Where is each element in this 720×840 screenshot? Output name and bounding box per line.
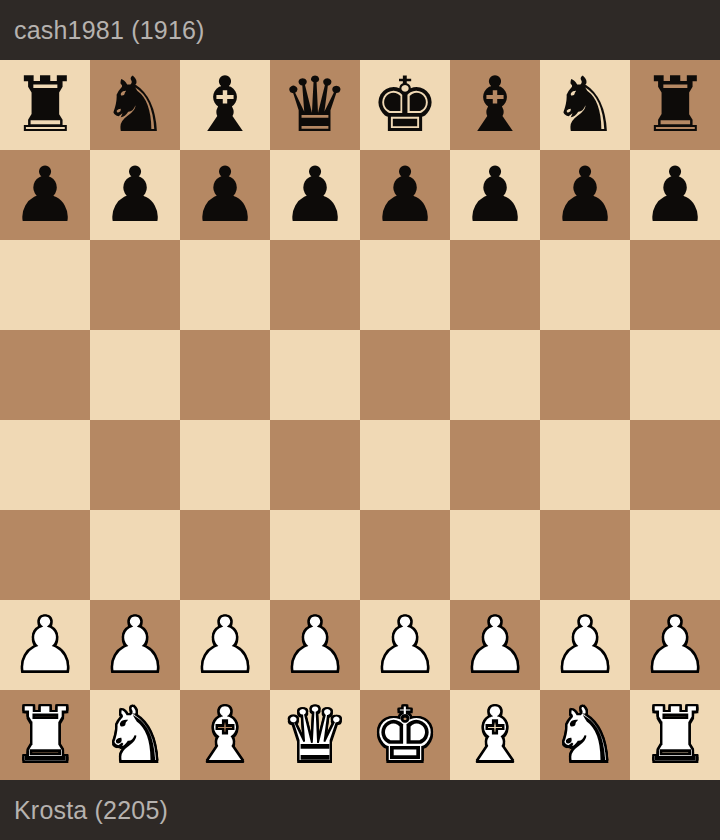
square-d8[interactable]: ♛ <box>270 60 360 150</box>
square-d6[interactable] <box>270 240 360 330</box>
square-c6[interactable] <box>180 240 270 330</box>
square-g8[interactable]: ♞ <box>540 60 630 150</box>
square-h4[interactable] <box>630 420 720 510</box>
square-a2[interactable]: ♟ <box>0 600 90 690</box>
piece-white-queen[interactable]: ♛ <box>281 690 349 780</box>
square-b4[interactable] <box>90 420 180 510</box>
square-e5[interactable] <box>360 330 450 420</box>
piece-black-rook[interactable]: ♜ <box>641 60 709 150</box>
square-e1[interactable]: ♚ <box>360 690 450 780</box>
square-e4[interactable] <box>360 420 450 510</box>
square-h1[interactable]: ♜ <box>630 690 720 780</box>
piece-black-bishop[interactable]: ♝ <box>461 60 529 150</box>
square-f7[interactable]: ♟ <box>450 150 540 240</box>
square-g4[interactable] <box>540 420 630 510</box>
top-player-bar: cash1981 (1916) <box>0 0 720 60</box>
square-b6[interactable] <box>90 240 180 330</box>
square-h2[interactable]: ♟ <box>630 600 720 690</box>
piece-black-pawn[interactable]: ♟ <box>371 150 439 240</box>
square-d1[interactable]: ♛ <box>270 690 360 780</box>
square-h5[interactable] <box>630 330 720 420</box>
piece-white-rook[interactable]: ♜ <box>641 690 709 780</box>
square-f4[interactable] <box>450 420 540 510</box>
square-c5[interactable] <box>180 330 270 420</box>
square-e8[interactable]: ♚ <box>360 60 450 150</box>
square-g1[interactable]: ♞ <box>540 690 630 780</box>
square-b2[interactable]: ♟ <box>90 600 180 690</box>
piece-black-pawn[interactable]: ♟ <box>641 150 709 240</box>
chess-board: ♜♞♝♛♚♝♞♜♟♟♟♟♟♟♟♟♟♟♟♟♟♟♟♟♜♞♝♛♚♝♞♜ <box>0 60 720 780</box>
piece-black-pawn[interactable]: ♟ <box>191 150 259 240</box>
square-e3[interactable] <box>360 510 450 600</box>
square-e2[interactable]: ♟ <box>360 600 450 690</box>
piece-white-pawn[interactable]: ♟ <box>371 600 439 690</box>
square-c1[interactable]: ♝ <box>180 690 270 780</box>
piece-white-knight[interactable]: ♞ <box>101 690 169 780</box>
square-h7[interactable]: ♟ <box>630 150 720 240</box>
piece-black-queen[interactable]: ♛ <box>281 60 349 150</box>
square-a7[interactable]: ♟ <box>0 150 90 240</box>
square-g2[interactable]: ♟ <box>540 600 630 690</box>
square-f6[interactable] <box>450 240 540 330</box>
square-a8[interactable]: ♜ <box>0 60 90 150</box>
square-b8[interactable]: ♞ <box>90 60 180 150</box>
bottom-player-name: Krosta (2205) <box>14 796 168 825</box>
square-e7[interactable]: ♟ <box>360 150 450 240</box>
square-e6[interactable] <box>360 240 450 330</box>
square-c2[interactable]: ♟ <box>180 600 270 690</box>
square-a5[interactable] <box>0 330 90 420</box>
piece-white-bishop[interactable]: ♝ <box>461 690 529 780</box>
square-d4[interactable] <box>270 420 360 510</box>
piece-white-pawn[interactable]: ♟ <box>641 600 709 690</box>
square-b5[interactable] <box>90 330 180 420</box>
square-a3[interactable] <box>0 510 90 600</box>
square-d7[interactable]: ♟ <box>270 150 360 240</box>
piece-black-bishop[interactable]: ♝ <box>191 60 259 150</box>
piece-black-knight[interactable]: ♞ <box>101 60 169 150</box>
square-f8[interactable]: ♝ <box>450 60 540 150</box>
square-f3[interactable] <box>450 510 540 600</box>
square-a4[interactable] <box>0 420 90 510</box>
piece-black-pawn[interactable]: ♟ <box>101 150 169 240</box>
piece-black-pawn[interactable]: ♟ <box>11 150 79 240</box>
square-d3[interactable] <box>270 510 360 600</box>
piece-black-king[interactable]: ♚ <box>371 60 439 150</box>
piece-white-pawn[interactable]: ♟ <box>461 600 529 690</box>
piece-white-rook[interactable]: ♜ <box>11 690 79 780</box>
piece-white-pawn[interactable]: ♟ <box>191 600 259 690</box>
bottom-player-bar: Krosta (2205) <box>0 780 720 840</box>
piece-white-bishop[interactable]: ♝ <box>191 690 259 780</box>
square-g3[interactable] <box>540 510 630 600</box>
chess-app: cash1981 (1916) ♜♞♝♛♚♝♞♜♟♟♟♟♟♟♟♟♟♟♟♟♟♟♟♟… <box>0 0 720 840</box>
piece-white-pawn[interactable]: ♟ <box>11 600 79 690</box>
square-h8[interactable]: ♜ <box>630 60 720 150</box>
piece-black-pawn[interactable]: ♟ <box>551 150 619 240</box>
piece-white-pawn[interactable]: ♟ <box>281 600 349 690</box>
square-b3[interactable] <box>90 510 180 600</box>
square-c8[interactable]: ♝ <box>180 60 270 150</box>
piece-white-pawn[interactable]: ♟ <box>101 600 169 690</box>
square-g7[interactable]: ♟ <box>540 150 630 240</box>
square-c4[interactable] <box>180 420 270 510</box>
square-f1[interactable]: ♝ <box>450 690 540 780</box>
piece-black-rook[interactable]: ♜ <box>11 60 79 150</box>
piece-white-pawn[interactable]: ♟ <box>551 600 619 690</box>
piece-black-knight[interactable]: ♞ <box>551 60 619 150</box>
piece-white-knight[interactable]: ♞ <box>551 690 619 780</box>
piece-black-pawn[interactable]: ♟ <box>461 150 529 240</box>
piece-black-pawn[interactable]: ♟ <box>281 150 349 240</box>
square-c7[interactable]: ♟ <box>180 150 270 240</box>
square-c3[interactable] <box>180 510 270 600</box>
square-g5[interactable] <box>540 330 630 420</box>
square-d5[interactable] <box>270 330 360 420</box>
top-player-name: cash1981 (1916) <box>14 16 205 45</box>
square-a1[interactable]: ♜ <box>0 690 90 780</box>
square-g6[interactable] <box>540 240 630 330</box>
square-f2[interactable]: ♟ <box>450 600 540 690</box>
square-h3[interactable] <box>630 510 720 600</box>
square-b7[interactable]: ♟ <box>90 150 180 240</box>
square-f5[interactable] <box>450 330 540 420</box>
piece-white-king[interactable]: ♚ <box>371 690 439 780</box>
square-b1[interactable]: ♞ <box>90 690 180 780</box>
square-h6[interactable] <box>630 240 720 330</box>
square-d2[interactable]: ♟ <box>270 600 360 690</box>
square-a6[interactable] <box>0 240 90 330</box>
